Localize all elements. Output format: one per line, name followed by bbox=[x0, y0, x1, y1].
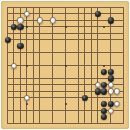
star-point-icon bbox=[103, 26, 105, 28]
star-point-icon bbox=[26, 65, 28, 67]
star-point-icon bbox=[65, 26, 67, 28]
star-point-icon bbox=[65, 65, 67, 67]
star-point-icon bbox=[65, 103, 67, 105]
star-point-icon bbox=[103, 65, 105, 67]
star-point-icon bbox=[26, 103, 28, 105]
star-point-icon bbox=[26, 26, 28, 28]
go-board[interactable] bbox=[1, 1, 129, 129]
